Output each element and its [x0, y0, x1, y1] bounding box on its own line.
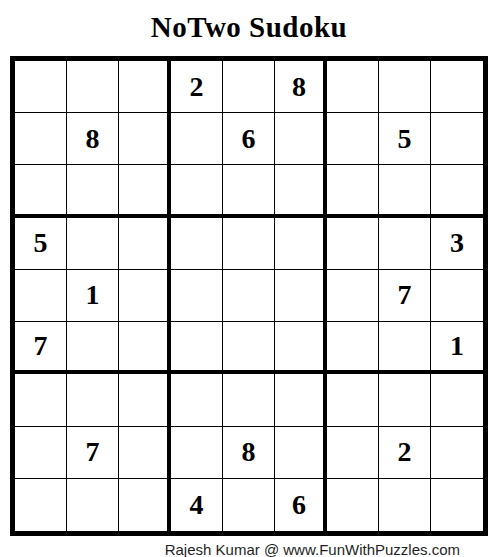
cell-r5c1[interactable]: [15, 270, 67, 322]
cell-r8c5[interactable]: 8: [223, 427, 275, 479]
cell-r1c5[interactable]: [223, 61, 275, 113]
cell-r7c6[interactable]: [275, 374, 327, 426]
cell-r6c5[interactable]: [223, 322, 275, 374]
cell-r2c7[interactable]: [327, 113, 379, 165]
cell-r3c9[interactable]: [431, 165, 483, 217]
puzzle-page: NoTwo Sudoku 2886553177178246 Rajesh Kum…: [0, 8, 498, 557]
cell-r2c5[interactable]: 6: [223, 113, 275, 165]
cell-r7c2[interactable]: [67, 374, 119, 426]
cell-r9c6[interactable]: 6: [275, 479, 327, 531]
cell-r7c4[interactable]: [171, 374, 223, 426]
cell-r1c7[interactable]: [327, 61, 379, 113]
cell-r3c7[interactable]: [327, 165, 379, 217]
cell-r4c2[interactable]: [67, 218, 119, 270]
cell-r6c6[interactable]: [275, 322, 327, 374]
cell-r4c8[interactable]: [379, 218, 431, 270]
cell-r8c4[interactable]: [171, 427, 223, 479]
cell-r8c8[interactable]: 2: [379, 427, 431, 479]
cell-r4c9[interactable]: 3: [431, 218, 483, 270]
cell-r5c7[interactable]: [327, 270, 379, 322]
sudoku-board: 2886553177178246: [10, 56, 488, 536]
cell-r6c2[interactable]: [67, 322, 119, 374]
cell-r7c5[interactable]: [223, 374, 275, 426]
cell-r3c2[interactable]: [67, 165, 119, 217]
cell-r2c3[interactable]: [119, 113, 171, 165]
cell-r7c1[interactable]: [15, 374, 67, 426]
cell-r7c8[interactable]: [379, 374, 431, 426]
cell-r1c2[interactable]: [67, 61, 119, 113]
cell-r4c3[interactable]: [119, 218, 171, 270]
cell-r4c4[interactable]: [171, 218, 223, 270]
cell-r7c9[interactable]: [431, 374, 483, 426]
cell-r5c2[interactable]: 1: [67, 270, 119, 322]
cell-r9c2[interactable]: [67, 479, 119, 531]
cell-r6c4[interactable]: [171, 322, 223, 374]
cell-r6c7[interactable]: [327, 322, 379, 374]
cell-r1c9[interactable]: [431, 61, 483, 113]
cell-r8c7[interactable]: [327, 427, 379, 479]
cell-r4c7[interactable]: [327, 218, 379, 270]
cell-r1c8[interactable]: [379, 61, 431, 113]
cell-r1c3[interactable]: [119, 61, 171, 113]
cell-r3c8[interactable]: [379, 165, 431, 217]
cell-r4c1[interactable]: 5: [15, 218, 67, 270]
cell-r5c4[interactable]: [171, 270, 223, 322]
cell-r7c3[interactable]: [119, 374, 171, 426]
cell-r2c9[interactable]: [431, 113, 483, 165]
cell-r2c6[interactable]: [275, 113, 327, 165]
cell-r1c4[interactable]: 2: [171, 61, 223, 113]
cell-r3c6[interactable]: [275, 165, 327, 217]
cell-r1c6[interactable]: 8: [275, 61, 327, 113]
cell-r8c6[interactable]: [275, 427, 327, 479]
cell-r3c1[interactable]: [15, 165, 67, 217]
cell-r9c1[interactable]: [15, 479, 67, 531]
cell-r6c3[interactable]: [119, 322, 171, 374]
cell-r4c6[interactable]: [275, 218, 327, 270]
cell-r5c3[interactable]: [119, 270, 171, 322]
cell-r5c8[interactable]: 7: [379, 270, 431, 322]
cell-r3c5[interactable]: [223, 165, 275, 217]
cell-r8c1[interactable]: [15, 427, 67, 479]
cell-r6c9[interactable]: 1: [431, 322, 483, 374]
cell-r9c3[interactable]: [119, 479, 171, 531]
cell-r5c5[interactable]: [223, 270, 275, 322]
cell-r7c7[interactable]: [327, 374, 379, 426]
cell-r9c8[interactable]: [379, 479, 431, 531]
cell-r3c3[interactable]: [119, 165, 171, 217]
cell-r9c9[interactable]: [431, 479, 483, 531]
credit-text: Rajesh Kumar @ www.FunWithPuzzles.com: [0, 541, 460, 557]
cell-r5c6[interactable]: [275, 270, 327, 322]
cell-r2c2[interactable]: 8: [67, 113, 119, 165]
cell-r4c5[interactable]: [223, 218, 275, 270]
cell-r8c9[interactable]: [431, 427, 483, 479]
cell-r8c3[interactable]: [119, 427, 171, 479]
cell-r9c4[interactable]: 4: [171, 479, 223, 531]
page-title: NoTwo Sudoku: [0, 8, 498, 48]
cell-r2c8[interactable]: 5: [379, 113, 431, 165]
cell-r9c5[interactable]: [223, 479, 275, 531]
cell-r9c7[interactable]: [327, 479, 379, 531]
cell-r1c1[interactable]: [15, 61, 67, 113]
cell-r2c4[interactable]: [171, 113, 223, 165]
cell-r5c9[interactable]: [431, 270, 483, 322]
cell-r2c1[interactable]: [15, 113, 67, 165]
cell-r6c1[interactable]: 7: [15, 322, 67, 374]
cell-r3c4[interactable]: [171, 165, 223, 217]
cell-r6c8[interactable]: [379, 322, 431, 374]
cell-r8c2[interactable]: 7: [67, 427, 119, 479]
